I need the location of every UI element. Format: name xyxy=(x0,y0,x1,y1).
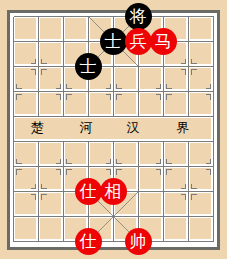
point-mark xyxy=(206,159,211,164)
point-mark xyxy=(156,159,161,164)
point-mark xyxy=(67,170,72,175)
point-mark xyxy=(156,95,161,100)
point-mark xyxy=(117,95,122,100)
point-mark xyxy=(117,170,122,175)
point-mark xyxy=(181,70,186,75)
xiangqi-app-screen: 楚河汉界将士兵马士仕相仕帅 xyxy=(0,0,227,259)
point-mark xyxy=(67,84,72,89)
point-mark xyxy=(31,59,36,64)
piece-black-advisor[interactable]: 士 xyxy=(75,53,102,80)
point-mark xyxy=(167,170,172,175)
point-mark xyxy=(206,95,211,100)
point-mark xyxy=(106,95,111,100)
point-mark xyxy=(181,59,186,64)
point-mark xyxy=(181,184,186,189)
river-label: 楚 xyxy=(29,121,45,135)
point-mark xyxy=(167,95,172,100)
point-mark xyxy=(192,195,197,200)
point-mark xyxy=(117,159,122,164)
piece-red-soldier[interactable]: 兵 xyxy=(125,28,152,55)
point-mark xyxy=(106,170,111,175)
point-mark xyxy=(42,184,47,189)
point-mark xyxy=(17,84,22,89)
point-mark xyxy=(192,70,197,75)
point-mark xyxy=(156,170,161,175)
point-mark xyxy=(117,84,122,89)
river-label: 界 xyxy=(175,121,191,135)
point-mark xyxy=(17,95,22,100)
point-mark xyxy=(56,170,61,175)
piece-red-general[interactable]: 帅 xyxy=(125,228,152,255)
piece-red-advisor[interactable]: 仕 xyxy=(75,228,102,255)
point-mark xyxy=(192,184,197,189)
point-mark xyxy=(206,170,211,175)
point-mark xyxy=(31,195,36,200)
point-mark xyxy=(31,70,36,75)
point-mark xyxy=(106,159,111,164)
point-mark xyxy=(67,95,72,100)
piece-black-advisor[interactable]: 士 xyxy=(100,28,127,55)
piece-black-general[interactable]: 将 xyxy=(125,3,152,30)
piece-red-advisor[interactable]: 仕 xyxy=(75,178,102,205)
point-mark xyxy=(56,84,61,89)
point-mark xyxy=(181,195,186,200)
point-mark xyxy=(156,84,161,89)
river-label: 汉 xyxy=(125,121,141,135)
point-mark xyxy=(167,84,172,89)
point-mark xyxy=(106,84,111,89)
point-mark xyxy=(42,195,47,200)
point-mark xyxy=(56,95,61,100)
piece-red-horse[interactable]: 马 xyxy=(150,28,177,55)
point-mark xyxy=(67,159,72,164)
point-mark xyxy=(17,159,22,164)
board-surface[interactable]: 楚河汉界将士兵马士仕相仕帅 xyxy=(0,0,227,259)
point-mark xyxy=(56,159,61,164)
point-mark xyxy=(42,59,47,64)
point-mark xyxy=(206,84,211,89)
point-mark xyxy=(192,59,197,64)
point-mark xyxy=(31,184,36,189)
river-label: 河 xyxy=(78,121,94,135)
point-mark xyxy=(42,70,47,75)
piece-red-elephant[interactable]: 相 xyxy=(100,178,127,205)
point-mark xyxy=(167,159,172,164)
point-mark xyxy=(17,170,22,175)
